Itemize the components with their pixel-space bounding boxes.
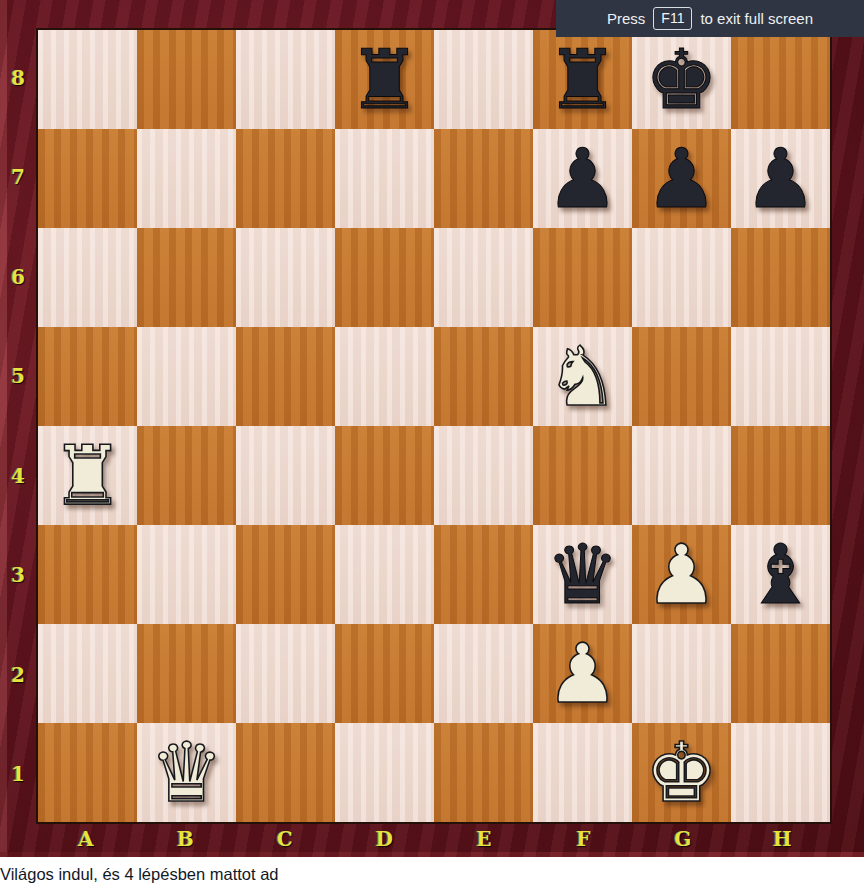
rank-label-5: 5 [0, 327, 36, 427]
square-g1[interactable]: ♚ [632, 723, 731, 822]
square-d6[interactable] [335, 228, 434, 327]
black-rook-f8[interactable]: ♜ [546, 39, 620, 121]
square-c4[interactable] [236, 426, 335, 525]
square-g8[interactable]: ♚ [632, 30, 731, 129]
square-h1[interactable] [731, 723, 830, 822]
square-e6[interactable] [434, 228, 533, 327]
white-knight-f5[interactable]: ♞ [546, 336, 620, 418]
square-a8[interactable] [38, 30, 137, 129]
square-g4[interactable] [632, 426, 731, 525]
square-d5[interactable] [335, 327, 434, 426]
file-label-a: A [36, 824, 136, 854]
square-h7[interactable]: ♟ [731, 129, 830, 228]
white-rook-a4[interactable]: ♜ [51, 435, 125, 517]
file-label-b: B [136, 824, 236, 854]
square-g2[interactable] [632, 624, 731, 723]
square-b7[interactable] [137, 129, 236, 228]
white-king-g1[interactable]: ♚ [645, 732, 719, 814]
square-b4[interactable] [137, 426, 236, 525]
rank-label-2: 2 [0, 625, 36, 725]
chess-board: ♜♜♚♟♟♟♞♜♛♟♝♟♛♚ [36, 28, 832, 824]
square-f6[interactable] [533, 228, 632, 327]
chess-board-frame: 87654321 ♜♜♚♟♟♟♞♜♛♟♝♟♛♚ ABCDEFGH [0, 0, 864, 857]
square-a4[interactable]: ♜ [38, 426, 137, 525]
square-d3[interactable] [335, 525, 434, 624]
file-labels: ABCDEFGH [36, 824, 832, 854]
black-queen-f3[interactable]: ♛ [546, 534, 620, 616]
square-e8[interactable] [434, 30, 533, 129]
rank-labels: 87654321 [0, 28, 36, 824]
black-pawn-f7[interactable]: ♟ [546, 138, 620, 220]
square-g7[interactable]: ♟ [632, 129, 731, 228]
square-a5[interactable] [38, 327, 137, 426]
square-b6[interactable] [137, 228, 236, 327]
square-f4[interactable] [533, 426, 632, 525]
rank-label-3: 3 [0, 526, 36, 626]
square-e4[interactable] [434, 426, 533, 525]
rank-label-4: 4 [0, 426, 36, 526]
file-label-f: F [534, 824, 634, 854]
square-a1[interactable] [38, 723, 137, 822]
square-c3[interactable] [236, 525, 335, 624]
square-f1[interactable] [533, 723, 632, 822]
square-g6[interactable] [632, 228, 731, 327]
square-a3[interactable] [38, 525, 137, 624]
f11-key-badge: F11 [653, 7, 692, 30]
square-h8[interactable] [731, 30, 830, 129]
white-pawn-g3[interactable]: ♟ [645, 534, 719, 616]
file-label-c: C [235, 824, 335, 854]
rank-label-1: 1 [0, 725, 36, 825]
square-b5[interactable] [137, 327, 236, 426]
black-rook-d8[interactable]: ♜ [348, 39, 422, 121]
square-h2[interactable] [731, 624, 830, 723]
fullscreen-exit-banner: Press F11 to exit full screen [556, 0, 864, 37]
banner-text-suffix: to exit full screen [700, 10, 813, 27]
black-pawn-g7[interactable]: ♟ [645, 138, 719, 220]
square-c1[interactable] [236, 723, 335, 822]
square-c8[interactable] [236, 30, 335, 129]
square-d8[interactable]: ♜ [335, 30, 434, 129]
white-pawn-f2[interactable]: ♟ [546, 633, 620, 715]
square-f3[interactable]: ♛ [533, 525, 632, 624]
square-d2[interactable] [335, 624, 434, 723]
square-f5[interactable]: ♞ [533, 327, 632, 426]
white-queen-b1[interactable]: ♛ [150, 732, 224, 814]
file-label-e: E [434, 824, 534, 854]
square-b8[interactable] [137, 30, 236, 129]
square-a6[interactable] [38, 228, 137, 327]
square-g3[interactable]: ♟ [632, 525, 731, 624]
square-b1[interactable]: ♛ [137, 723, 236, 822]
square-d4[interactable] [335, 426, 434, 525]
square-h6[interactable] [731, 228, 830, 327]
square-g5[interactable] [632, 327, 731, 426]
square-e5[interactable] [434, 327, 533, 426]
black-pawn-h7[interactable]: ♟ [744, 138, 818, 220]
square-d1[interactable] [335, 723, 434, 822]
square-h5[interactable] [731, 327, 830, 426]
square-a2[interactable] [38, 624, 137, 723]
square-f2[interactable]: ♟ [533, 624, 632, 723]
square-b3[interactable] [137, 525, 236, 624]
file-label-d: D [335, 824, 435, 854]
square-a7[interactable] [38, 129, 137, 228]
square-f8[interactable]: ♜ [533, 30, 632, 129]
caption-area: Világos indul, és 4 lépésben mattot ad [0, 857, 864, 892]
square-d7[interactable] [335, 129, 434, 228]
square-h4[interactable] [731, 426, 830, 525]
file-label-h: H [733, 824, 833, 854]
square-e1[interactable] [434, 723, 533, 822]
rank-label-6: 6 [0, 227, 36, 327]
square-e3[interactable] [434, 525, 533, 624]
black-bishop-h3[interactable]: ♝ [744, 534, 818, 616]
square-b2[interactable] [137, 624, 236, 723]
banner-text-prefix: Press [607, 10, 645, 27]
square-e2[interactable] [434, 624, 533, 723]
rank-label-8: 8 [0, 28, 36, 128]
file-label-g: G [633, 824, 733, 854]
square-h3[interactable]: ♝ [731, 525, 830, 624]
puzzle-caption: Világos indul, és 4 lépésben mattot ad [0, 865, 279, 884]
square-c2[interactable] [236, 624, 335, 723]
square-c5[interactable] [236, 327, 335, 426]
square-c6[interactable] [236, 228, 335, 327]
black-king-g8[interactable]: ♚ [645, 39, 719, 121]
rank-label-7: 7 [0, 128, 36, 228]
square-f7[interactable]: ♟ [533, 129, 632, 228]
square-e7[interactable] [434, 129, 533, 228]
square-c7[interactable] [236, 129, 335, 228]
